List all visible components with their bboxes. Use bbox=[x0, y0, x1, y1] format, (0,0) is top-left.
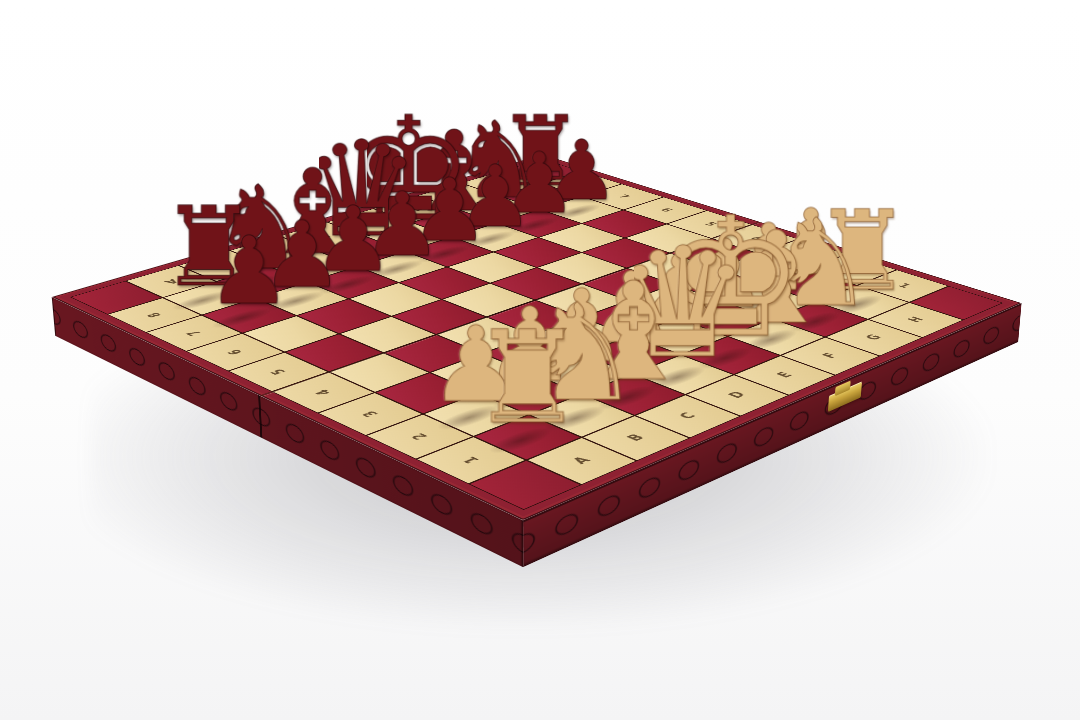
scene: ABCDEFGH8877665544332211ABCDEFGH ♜♞♝♛♚♝♞… bbox=[0, 0, 1080, 720]
photo-stage: ABCDEFGH8877665544332211ABCDEFGH ♜♞♝♛♚♝♞… bbox=[0, 0, 1080, 720]
coordinate-label: D bbox=[314, 233, 332, 239]
chess-board: ABCDEFGH8877665544332211ABCDEFGH ♜♞♝♛♚♝♞… bbox=[52, 154, 1022, 520]
coordinate-label: E bbox=[361, 220, 377, 225]
side-seam-cut bbox=[258, 395, 262, 438]
coordinate-label: A bbox=[162, 278, 180, 285]
coordinate-label: F bbox=[407, 206, 423, 211]
gold-clasp-latch[interactable] bbox=[828, 381, 862, 412]
pieces-layer: ♜♞♝♛♚♝♞♜♟♟♟♟♟♟♟♟♟♟♟♟♟♟♟♟♜♞♝♛♚♝♞♜ bbox=[52, 154, 1022, 520]
piece-red-pawn-a7[interactable]: ♟ bbox=[203, 112, 295, 316]
piece-white-rook-a1[interactable]: ♜ bbox=[475, 205, 579, 437]
